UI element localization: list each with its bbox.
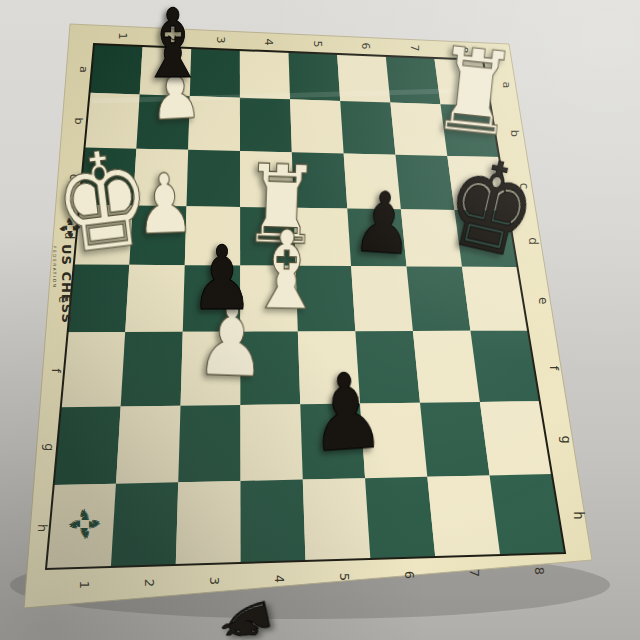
rank-label-bottom-1: 1: [77, 581, 92, 589]
rank-label-top-3: 3: [214, 37, 227, 44]
file-label-left-b: b: [72, 118, 85, 125]
black-pawn-d6[interactable]: ♟: [351, 180, 417, 268]
rank-label-top-4: 4: [262, 39, 275, 46]
rank-label-top-5: 5: [311, 41, 324, 48]
rank-label-top-1: 1: [116, 33, 129, 40]
white-pawn-d2[interactable]: ♟: [134, 163, 196, 247]
file-label-left-a: a: [77, 66, 90, 73]
file-label-right-e: e: [536, 297, 550, 305]
table-surface: 1122334455667788aabbccddeeffgghh ♞♞♞♞US …: [0, 0, 640, 640]
file-label-right-h: h: [571, 511, 586, 519]
file-label-left-f: f: [49, 369, 63, 374]
us-chess-federation-text: FEDERATION: [52, 246, 57, 288]
rank-label-bottom-3: 3: [207, 577, 222, 585]
rank-label-bottom-7: 7: [467, 569, 482, 577]
rank-label-bottom-6: 6: [402, 571, 417, 579]
rank-label-bottom-4: 4: [272, 575, 287, 583]
file-label-left-g: g: [42, 443, 57, 451]
black-pawn-g5[interactable]: ♟: [305, 358, 388, 468]
file-label-right-g: g: [559, 436, 574, 444]
file-label-right-f: f: [547, 366, 562, 371]
black-pawn-e3[interactable]: ♟: [190, 235, 254, 324]
pinwheel-knight-icon: ♞: [78, 506, 92, 524]
rank-label-top-6: 6: [359, 43, 372, 50]
rank-label-bottom-5: 5: [337, 573, 352, 581]
black-bishop-a2[interactable]: ♝: [139, 0, 207, 92]
rank-label-bottom-8: 8: [532, 567, 547, 575]
rank-label-bottom-2: 2: [142, 579, 157, 587]
file-label-left-h: h: [35, 524, 50, 532]
rank-label-top-7: 7: [408, 45, 421, 52]
